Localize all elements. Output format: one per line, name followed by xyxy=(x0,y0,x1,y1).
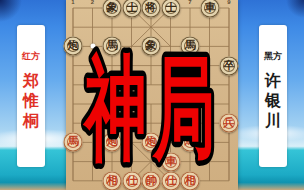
piece-black-将[interactable]: 将 xyxy=(142,0,161,18)
last-move-marker xyxy=(90,44,95,49)
file-number: 2 xyxy=(91,0,94,6)
piece-glyph: 士 xyxy=(122,0,140,17)
piece-black-馬[interactable]: 馬 xyxy=(181,37,200,56)
piece-glyph: 相 xyxy=(103,172,121,190)
side-label-black: 黑方 xyxy=(264,50,282,63)
video-frame: 123456789 象士将士車炮馬象馬卒兵馬炮炮馬車相仕帥仕相 红方 郑惟桐 黑… xyxy=(0,0,304,190)
piece-red-馬[interactable]: 馬 xyxy=(181,133,200,152)
side-label-red: 红方 xyxy=(22,50,40,63)
piece-black-卒[interactable]: 卒 xyxy=(220,56,239,75)
player-card-black: 黑方 许银川 xyxy=(259,25,287,167)
piece-black-象[interactable]: 象 xyxy=(142,37,161,56)
piece-glyph: 象 xyxy=(142,37,160,55)
piece-glyph: 馬 xyxy=(181,37,199,55)
piece-glyph: 相 xyxy=(181,172,199,190)
piece-glyph: 炮 xyxy=(142,133,160,151)
piece-black-車[interactable]: 車 xyxy=(200,0,219,18)
file-number: 1 xyxy=(71,0,74,6)
piece-glyph: 将 xyxy=(142,0,160,17)
piece-glyph: 車 xyxy=(161,153,179,171)
player-name-char-black: 银 xyxy=(265,92,281,109)
piece-red-仕[interactable]: 仕 xyxy=(161,171,180,190)
piece-glyph: 兵 xyxy=(220,114,238,132)
player-name-char-black: 许 xyxy=(265,72,281,89)
piece-glyph: 車 xyxy=(200,0,218,17)
player-name-char-red: 惟 xyxy=(23,92,39,109)
file-number: 9 xyxy=(227,0,230,6)
board-grid xyxy=(66,0,238,190)
piece-glyph: 炮 xyxy=(103,133,121,151)
piece-red-相[interactable]: 相 xyxy=(103,171,122,190)
piece-glyph: 帥 xyxy=(142,172,160,190)
piece-red-相[interactable]: 相 xyxy=(181,171,200,190)
player-card-red: 红方 郑惟桐 xyxy=(17,25,45,167)
piece-glyph: 士 xyxy=(161,0,179,17)
xiangqi-board[interactable]: 123456789 象士将士車炮馬象馬卒兵馬炮炮馬車相仕帥仕相 xyxy=(66,0,238,190)
piece-black-炮[interactable]: 炮 xyxy=(64,37,83,56)
piece-red-炮[interactable]: 炮 xyxy=(103,133,122,152)
player-name-char-black: 川 xyxy=(265,112,281,129)
piece-black-士[interactable]: 士 xyxy=(122,0,141,18)
player-name-char-red: 郑 xyxy=(23,72,39,89)
piece-red-仕[interactable]: 仕 xyxy=(122,171,141,190)
piece-glyph: 卒 xyxy=(220,57,238,75)
piece-glyph: 象 xyxy=(103,0,121,17)
piece-glyph: 馬 xyxy=(64,133,82,151)
piece-glyph: 仕 xyxy=(161,172,179,190)
player-name-black: 许银川 xyxy=(265,72,281,129)
piece-red-兵[interactable]: 兵 xyxy=(220,114,239,133)
piece-red-馬[interactable]: 馬 xyxy=(64,133,83,152)
piece-glyph: 炮 xyxy=(64,37,82,55)
piece-black-象[interactable]: 象 xyxy=(103,0,122,18)
piece-black-士[interactable]: 士 xyxy=(161,0,180,18)
piece-red-帥[interactable]: 帥 xyxy=(142,171,161,190)
piece-black-馬[interactable]: 馬 xyxy=(103,37,122,56)
file-number: 7 xyxy=(188,0,191,6)
player-name-char-red: 桐 xyxy=(23,112,39,129)
piece-glyph: 馬 xyxy=(181,133,199,151)
piece-red-車[interactable]: 車 xyxy=(161,152,180,171)
piece-red-炮[interactable]: 炮 xyxy=(142,133,161,152)
player-name-red: 郑惟桐 xyxy=(23,72,39,129)
piece-glyph: 仕 xyxy=(122,172,140,190)
piece-glyph: 馬 xyxy=(103,37,121,55)
